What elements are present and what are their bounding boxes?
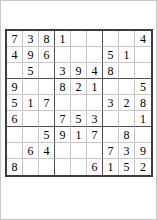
cell-r2c1[interactable]: 4: [7, 47, 23, 63]
cell-r8c2[interactable]: 6: [23, 143, 39, 159]
cell-r9c9[interactable]: 2: [135, 159, 151, 175]
cell-r4c4[interactable]: 8: [55, 79, 71, 95]
cell-r9c2[interactable]: [23, 159, 39, 175]
cell-r6c3[interactable]: [39, 111, 55, 127]
cell-r4c5[interactable]: 2: [71, 79, 87, 95]
cell-r8c7[interactable]: 7: [103, 143, 119, 159]
cell-r8c8[interactable]: 3: [119, 143, 135, 159]
cell-r2c4[interactable]: [55, 47, 71, 63]
cell-r9c7[interactable]: 1: [103, 159, 119, 175]
cell-r6c5[interactable]: 5: [71, 111, 87, 127]
cell-r2c6[interactable]: [87, 47, 103, 63]
cell-r4c3[interactable]: [39, 79, 55, 95]
cell-r9c8[interactable]: 5: [119, 159, 135, 175]
sudoku-page: 7381449651539489821551732867531591786473…: [0, 0, 157, 220]
cell-r2c2[interactable]: 9: [23, 47, 39, 63]
cell-r4c6[interactable]: 1: [87, 79, 103, 95]
cell-r5c7[interactable]: 3: [103, 95, 119, 111]
cell-r3c3[interactable]: [39, 63, 55, 79]
cell-r7c2[interactable]: [23, 127, 39, 143]
cell-r6c6[interactable]: 3: [87, 111, 103, 127]
cell-r9c3[interactable]: [39, 159, 55, 175]
cell-r5c8[interactable]: 2: [119, 95, 135, 111]
cell-r6c7[interactable]: [103, 111, 119, 127]
cell-r7c6[interactable]: 7: [87, 127, 103, 143]
cell-r1c7[interactable]: [103, 31, 119, 47]
cell-r4c9[interactable]: 5: [135, 79, 151, 95]
cell-r2c3[interactable]: 6: [39, 47, 55, 63]
cell-r5c5[interactable]: [71, 95, 87, 111]
cell-r1c8[interactable]: [119, 31, 135, 47]
cell-r5c2[interactable]: 1: [23, 95, 39, 111]
cell-r5c1[interactable]: 5: [7, 95, 23, 111]
cell-r1c9[interactable]: 4: [135, 31, 151, 47]
cell-r5c4[interactable]: [55, 95, 71, 111]
cell-r1c2[interactable]: 3: [23, 31, 39, 47]
cell-r1c3[interactable]: 8: [39, 31, 55, 47]
cell-r7c3[interactable]: 5: [39, 127, 55, 143]
cell-r5c9[interactable]: 8: [135, 95, 151, 111]
cell-r2c5[interactable]: [71, 47, 87, 63]
cell-r7c1[interactable]: [7, 127, 23, 143]
cell-r2c7[interactable]: 5: [103, 47, 119, 63]
cell-r9c6[interactable]: 6: [87, 159, 103, 175]
cell-r6c8[interactable]: [119, 111, 135, 127]
cell-r1c5[interactable]: [71, 31, 87, 47]
cell-r8c4[interactable]: [55, 143, 71, 159]
cell-r7c7[interactable]: [103, 127, 119, 143]
cell-r7c9[interactable]: [135, 127, 151, 143]
cell-r9c1[interactable]: 8: [7, 159, 23, 175]
cell-r8c6[interactable]: [87, 143, 103, 159]
cell-r5c6[interactable]: [87, 95, 103, 111]
cell-r8c5[interactable]: [71, 143, 87, 159]
cell-r9c4[interactable]: [55, 159, 71, 175]
cell-r2c9[interactable]: [135, 47, 151, 63]
cell-r6c1[interactable]: 6: [7, 111, 23, 127]
cell-r7c8[interactable]: 8: [119, 127, 135, 143]
cell-r2c8[interactable]: 1: [119, 47, 135, 63]
cell-r3c6[interactable]: 4: [87, 63, 103, 79]
cell-r3c7[interactable]: 8: [103, 63, 119, 79]
cell-r1c4[interactable]: 1: [55, 31, 71, 47]
cell-r4c8[interactable]: [119, 79, 135, 95]
cell-r1c6[interactable]: [87, 31, 103, 47]
cell-r3c8[interactable]: [119, 63, 135, 79]
cell-r4c7[interactable]: [103, 79, 119, 95]
cell-r6c4[interactable]: 7: [55, 111, 71, 127]
cell-r8c9[interactable]: 9: [135, 143, 151, 159]
cell-r4c1[interactable]: 9: [7, 79, 23, 95]
sudoku-board: 7381449651539489821551732867531591786473…: [5, 29, 153, 177]
cell-r3c1[interactable]: [7, 63, 23, 79]
cell-r6c9[interactable]: 1: [135, 111, 151, 127]
cell-r3c9[interactable]: [135, 63, 151, 79]
cell-r7c5[interactable]: 1: [71, 127, 87, 143]
cell-r6c2[interactable]: [23, 111, 39, 127]
cell-r4c2[interactable]: [23, 79, 39, 95]
cell-r3c4[interactable]: 3: [55, 63, 71, 79]
cell-r8c3[interactable]: 4: [39, 143, 55, 159]
cell-r5c3[interactable]: 7: [39, 95, 55, 111]
cell-r3c2[interactable]: 5: [23, 63, 39, 79]
cell-r7c4[interactable]: 9: [55, 127, 71, 143]
cell-r8c1[interactable]: [7, 143, 23, 159]
cell-r1c1[interactable]: 7: [7, 31, 23, 47]
cell-r9c5[interactable]: [71, 159, 87, 175]
cell-r3c5[interactable]: 9: [71, 63, 87, 79]
